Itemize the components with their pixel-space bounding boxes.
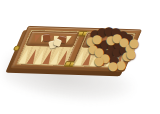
- checker-light: ●: [107, 60, 119, 73]
- pieces-layer: ●●●●●●●●●●●●●●●●●●●●●●●●●●●●●●: [0, 0, 160, 114]
- photo-backgammon-travel-set: Folding wooden travel backgammon set lyi…: [0, 0, 160, 114]
- checker-light: ●: [128, 37, 140, 50]
- checker-light: ●: [93, 55, 105, 68]
- die-brown: [42, 33, 50, 41]
